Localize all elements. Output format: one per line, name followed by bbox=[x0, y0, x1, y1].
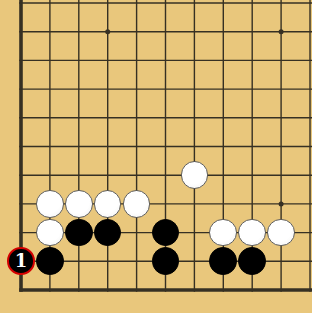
stones-layer: 1 bbox=[7, 0, 312, 304]
white-stone bbox=[36, 219, 64, 247]
white-stone bbox=[65, 190, 93, 218]
white-stone bbox=[209, 219, 237, 247]
go-board[interactable]: 1 bbox=[0, 0, 312, 313]
white-stone bbox=[94, 190, 122, 218]
white-stone bbox=[267, 219, 295, 247]
black-stone bbox=[238, 247, 266, 275]
white-stone bbox=[181, 161, 209, 189]
black-stone bbox=[65, 219, 93, 247]
white-stone bbox=[238, 219, 266, 247]
white-stone bbox=[36, 190, 64, 218]
black-stone bbox=[152, 247, 180, 275]
black-stone bbox=[209, 247, 237, 275]
black-stone bbox=[152, 219, 180, 247]
white-stone bbox=[123, 190, 151, 218]
black-stone bbox=[36, 247, 64, 275]
black-stone bbox=[94, 219, 122, 247]
move-1-stone: 1 bbox=[7, 247, 35, 275]
